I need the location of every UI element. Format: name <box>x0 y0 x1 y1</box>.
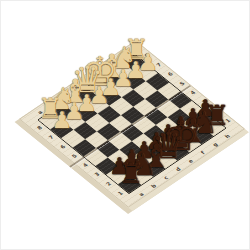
product-photo-chess-set: aa11bb22cc33dd44ee55ff66gg77hh88♜♞♝♛♚♝♞♜… <box>0 0 250 250</box>
coord-label-file-d-far: d <box>73 84 81 90</box>
coord-label-rank-1-far: 1 <box>224 118 232 124</box>
coord-label-file-g-near: g <box>211 141 219 147</box>
coord-label-file-a-near: a <box>137 191 145 197</box>
coord-label-file-b-far: b <box>48 101 56 107</box>
coord-label-file-e-near: e <box>186 158 194 164</box>
coord-label-file-h-far: h <box>122 51 130 57</box>
coord-label-file-b-near: b <box>149 183 157 189</box>
coord-label-rank-7-near: 7 <box>47 134 55 140</box>
coord-label-file-c-far: c <box>61 93 68 99</box>
coord-label-file-g-far: g <box>110 59 118 65</box>
coord-label-rank-4-near: 4 <box>81 162 89 168</box>
coord-label-rank-3-near: 3 <box>93 171 101 177</box>
coord-label-rank-5-near: 5 <box>70 153 78 159</box>
chess-board: aa11bb22cc33dd44ee55ff66gg77hh88♜♞♝♛♚♝♞♜… <box>19 40 245 207</box>
coord-label-rank-8-far: 8 <box>143 52 151 58</box>
coord-label-rank-2-near: 2 <box>105 181 113 187</box>
coord-label-rank-2-far: 2 <box>212 108 220 114</box>
coord-label-file-c-near: c <box>162 175 169 181</box>
coord-label-file-e-far: e <box>85 76 93 82</box>
coord-label-rank-5-far: 5 <box>178 80 186 86</box>
coord-label-rank-4-far: 4 <box>189 89 197 95</box>
coord-label-file-h-near: h <box>223 133 231 139</box>
coord-label-file-d-near: d <box>174 166 182 172</box>
coord-label-file-f-near: f <box>199 150 206 155</box>
coord-label-file-f-far: f <box>98 68 105 73</box>
coord-label-rank-7-far: 7 <box>154 61 162 67</box>
coord-label-rank-6-near: 6 <box>58 143 66 149</box>
coord-label-rank-3-far: 3 <box>201 99 209 105</box>
coord-label-rank-8-near: 8 <box>35 125 43 131</box>
coord-label-file-a-far: a <box>36 109 44 115</box>
coord-label-rank-1-near: 1 <box>116 190 124 196</box>
coord-label-rank-6-far: 6 <box>166 71 174 77</box>
